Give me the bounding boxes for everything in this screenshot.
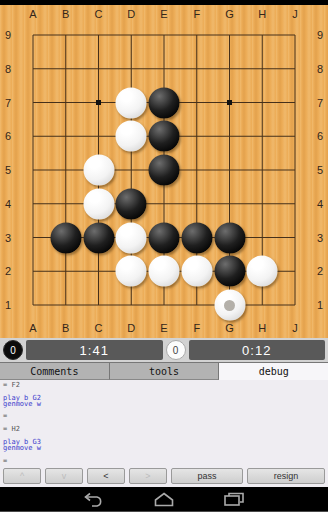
coord-label: C <box>95 323 103 334</box>
log-line: genmove w <box>3 401 328 407</box>
white-stone-D7 <box>116 87 147 118</box>
coord-label: 1 <box>5 300 11 311</box>
coord-label: 2 <box>317 266 323 277</box>
coord-label: 8 <box>5 63 11 74</box>
black-stone-G2 <box>214 256 245 287</box>
coord-label: 5 <box>317 165 323 176</box>
coord-label: 8 <box>317 63 323 74</box>
undo-button[interactable]: < <box>87 468 125 484</box>
white-stone-G1 <box>214 290 245 321</box>
coord-label: D <box>127 323 135 334</box>
white-captures-badge: 0 <box>166 340 186 360</box>
coord-label: F <box>193 9 200 20</box>
coord-label: E <box>160 9 167 20</box>
go-board[interactable]: AABBCCDDEEFFGGHHJJ998877665544332211 <box>0 5 328 338</box>
log-line: = <box>3 413 328 419</box>
coord-label: 2 <box>5 266 11 277</box>
recents-icon[interactable] <box>222 491 246 507</box>
black-stone-D4 <box>116 188 147 219</box>
white-stone-F2 <box>181 256 212 287</box>
coord-label: C <box>95 9 103 20</box>
button-row: ^ v < > pass resign <box>0 466 328 487</box>
coord-label: 4 <box>5 198 11 209</box>
coord-label: A <box>29 9 36 20</box>
home-icon[interactable] <box>152 491 176 507</box>
black-stone-F3 <box>181 222 212 253</box>
coord-label: 3 <box>5 232 11 243</box>
coord-label: 9 <box>5 30 11 41</box>
coord-label: 6 <box>5 131 11 142</box>
log-line: = <box>3 458 328 464</box>
coord-label: J <box>292 9 298 20</box>
white-stone-D3 <box>116 222 147 253</box>
white-stone-D6 <box>116 121 147 152</box>
coord-label: E <box>160 323 167 334</box>
tab-debug[interactable]: debug <box>219 363 328 380</box>
coord-label: 1 <box>317 300 323 311</box>
coord-label: G <box>225 9 234 20</box>
coord-label: B <box>62 9 69 20</box>
black-stone-E5 <box>149 155 180 186</box>
coord-label: 5 <box>5 165 11 176</box>
first-move-button[interactable]: ^ <box>3 468 41 484</box>
coord-label: A <box>29 323 36 334</box>
tab-tools[interactable]: tools <box>110 363 220 380</box>
white-stone-D2 <box>116 256 147 287</box>
redo-button[interactable]: > <box>129 468 167 484</box>
black-stone-C3 <box>83 222 114 253</box>
coord-label: G <box>225 323 234 334</box>
resign-button[interactable]: resign <box>247 468 325 484</box>
back-icon[interactable] <box>82 491 106 507</box>
coord-label: 3 <box>317 232 323 243</box>
white-clock: 0:12 <box>189 340 326 360</box>
log-line: = H2 <box>3 426 328 432</box>
white-stone-C5 <box>83 155 114 186</box>
last-move-marker <box>224 300 235 311</box>
white-stone-C4 <box>83 188 114 219</box>
coord-label: 9 <box>317 30 323 41</box>
pass-button[interactable]: pass <box>171 468 243 484</box>
android-navbar <box>0 487 328 512</box>
last-move-button[interactable]: v <box>45 468 83 484</box>
coord-label: H <box>258 9 266 20</box>
black-stone-E6 <box>149 121 180 152</box>
clock-bar: 0 1:41 0 0:12 <box>0 338 328 362</box>
black-clock: 1:41 <box>26 340 163 360</box>
coord-label: B <box>62 323 69 334</box>
coord-label: 7 <box>317 97 323 108</box>
log-line: = F2 <box>3 382 328 388</box>
black-stone-E7 <box>149 87 180 118</box>
black-stone-B3 <box>50 222 81 253</box>
tab-bar: Comments tools debug <box>0 362 328 380</box>
coord-label: J <box>292 323 298 334</box>
app-screen: AABBCCDDEEFFGGHHJJ998877665544332211 0 1… <box>0 0 328 512</box>
black-stone-G3 <box>214 222 245 253</box>
white-stone-H2 <box>247 256 278 287</box>
black-captures-badge: 0 <box>3 340 23 360</box>
coord-label: F <box>193 323 200 334</box>
coord-label: D <box>127 9 135 20</box>
tab-comments[interactable]: Comments <box>0 363 110 380</box>
black-stone-E3 <box>149 222 180 253</box>
coord-label: 6 <box>317 131 323 142</box>
white-stone-E2 <box>149 256 180 287</box>
coord-label: 4 <box>317 198 323 209</box>
log-line: genmove w <box>3 445 328 451</box>
coord-label: H <box>258 323 266 334</box>
coord-label: 7 <box>5 97 11 108</box>
